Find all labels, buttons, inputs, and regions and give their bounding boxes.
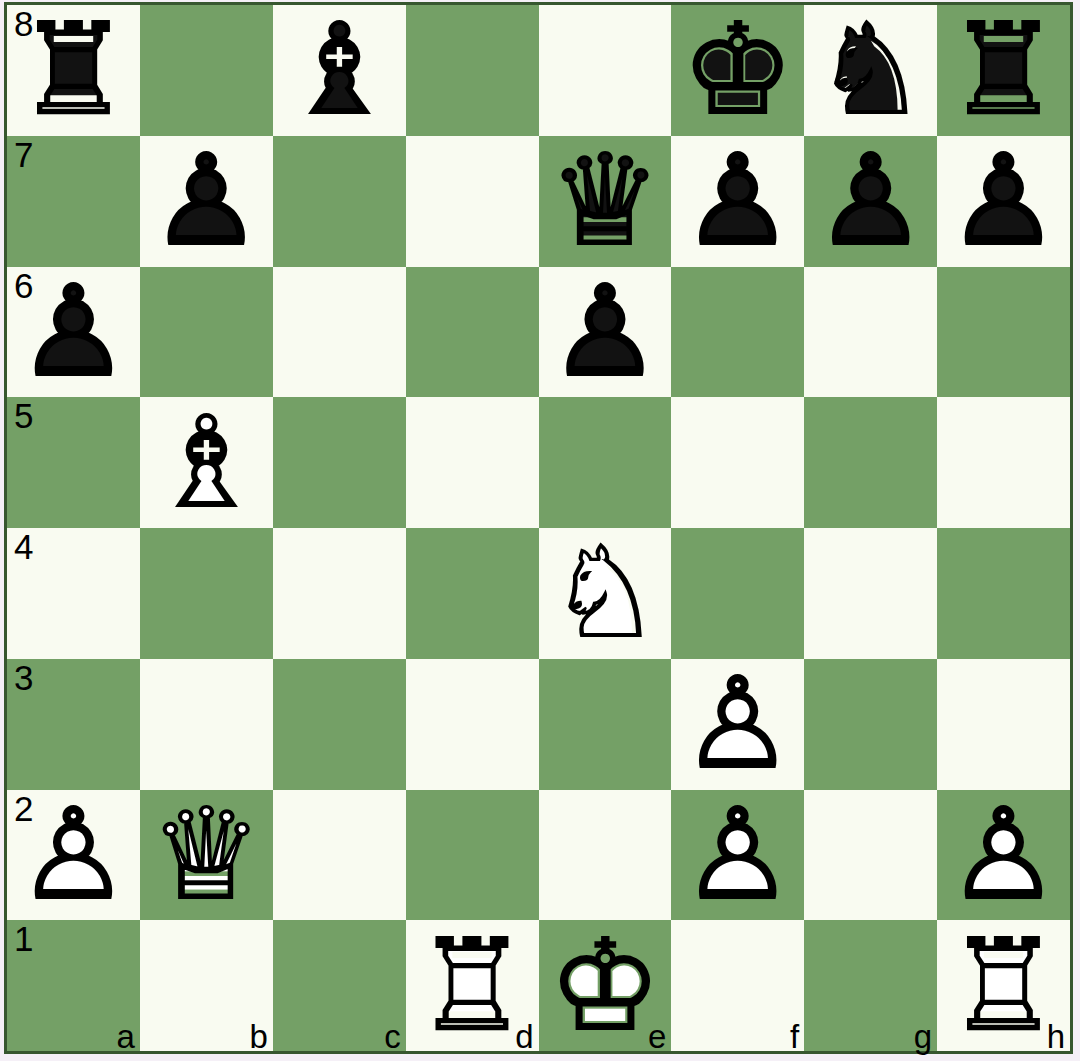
rank-label-7: 7 [14,137,33,174]
square-b3[interactable] [140,659,273,790]
square-f8[interactable]: ♚♔ [671,5,804,136]
piece-white-pawn-h2[interactable]: ♟♙ [937,790,1070,921]
square-b2[interactable]: ♛♕ [140,790,273,921]
white-pawn-outline-icon: ♙ [947,792,1060,918]
black-pawn-outline-icon: ♙ [548,269,661,395]
square-g5[interactable] [804,397,937,528]
rank-label-2: 2 [14,791,33,828]
piece-black-knight-g8[interactable]: ♞♘ [804,5,937,136]
piece-black-pawn-b7[interactable]: ♟♙ [140,136,273,267]
square-d4[interactable] [406,528,539,659]
square-h7[interactable]: ♟♙ [937,136,1070,267]
piece-white-pawn-f3[interactable]: ♟♙ [671,659,804,790]
square-f6[interactable] [671,267,804,398]
black-bishop-outline-icon: ♗ [283,7,396,133]
square-d3[interactable] [406,659,539,790]
square-a6[interactable]: 6♟♙ [7,267,140,398]
piece-white-queen-b2[interactable]: ♛♕ [140,790,273,921]
black-pawn-outline-icon: ♙ [681,138,794,264]
square-e5[interactable] [539,397,672,528]
file-label-a: a [117,1020,135,1053]
piece-white-pawn-f2[interactable]: ♟♙ [671,790,804,921]
square-b6[interactable] [140,267,273,398]
square-h8[interactable]: ♜♖ [937,5,1070,136]
rank-label-6: 6 [14,268,33,305]
square-f5[interactable] [671,397,804,528]
square-d8[interactable] [406,5,539,136]
rank-label-1: 1 [14,921,33,958]
square-g2[interactable] [804,790,937,921]
square-c5[interactable] [273,397,406,528]
file-label-d: d [515,1020,533,1053]
piece-black-queen-e7[interactable]: ♛♕ [539,136,672,267]
square-h2[interactable]: ♟♙ [937,790,1070,921]
piece-white-knight-e4[interactable]: ♞♘ [539,528,672,659]
file-label-h: h [1047,1020,1065,1053]
square-b8[interactable] [140,5,273,136]
rank-label-4: 4 [14,529,33,566]
white-pawn-outline-icon: ♙ [681,792,794,918]
square-d6[interactable] [406,267,539,398]
black-queen-outline-icon: ♕ [548,138,661,264]
square-g1[interactable]: g [804,920,937,1051]
square-g6[interactable] [804,267,937,398]
square-e6[interactable]: ♟♙ [539,267,672,398]
piece-black-bishop-c8[interactable]: ♝♗ [273,5,406,136]
square-a8[interactable]: 8♜♖ [7,5,140,136]
black-rook-outline-icon: ♖ [947,7,1060,133]
square-g8[interactable]: ♞♘ [804,5,937,136]
square-f3[interactable]: ♟♙ [671,659,804,790]
square-b4[interactable] [140,528,273,659]
piece-black-pawn-f7[interactable]: ♟♙ [671,136,804,267]
black-knight-outline-icon: ♘ [814,7,927,133]
chess-app-page: 8♜♖♝♗♚♔♞♘♜♖7♟♙♛♕♟♙♟♙♟♙6♟♙♟♙5♝♗4♞♘3♟♙2♟♙♛… [0,0,1080,1061]
square-d5[interactable] [406,397,539,528]
piece-white-bishop-b5[interactable]: ♝♗ [140,397,273,528]
square-c7[interactable] [273,136,406,267]
rank-label-8: 8 [14,6,33,43]
file-label-b: b [249,1020,267,1053]
square-g3[interactable] [804,659,937,790]
square-e7[interactable]: ♛♕ [539,136,672,267]
square-f2[interactable]: ♟♙ [671,790,804,921]
piece-black-pawn-e6[interactable]: ♟♙ [539,267,672,398]
square-c4[interactable] [273,528,406,659]
white-king-outline-icon: ♔ [548,923,661,1049]
black-rook-outline-icon: ♖ [17,7,130,133]
piece-black-pawn-h7[interactable]: ♟♙ [937,136,1070,267]
white-rook-outline-icon: ♖ [947,923,1060,1049]
square-c1[interactable]: c [273,920,406,1051]
black-pawn-outline-icon: ♙ [150,138,263,264]
square-f7[interactable]: ♟♙ [671,136,804,267]
rank-label-3: 3 [14,660,33,697]
square-a4[interactable]: 4 [7,528,140,659]
square-h5[interactable] [937,397,1070,528]
square-h1[interactable]: h♜♖ [937,920,1070,1051]
white-pawn-outline-icon: ♙ [681,661,794,787]
square-g7[interactable]: ♟♙ [804,136,937,267]
piece-black-king-f8[interactable]: ♚♔ [671,5,804,136]
white-bishop-outline-icon: ♗ [150,400,263,526]
black-pawn-outline-icon: ♙ [947,138,1060,264]
square-h6[interactable] [937,267,1070,398]
square-h4[interactable] [937,528,1070,659]
white-queen-outline-icon: ♕ [150,792,263,918]
piece-black-rook-h8[interactable]: ♜♖ [937,5,1070,136]
square-c8[interactable]: ♝♗ [273,5,406,136]
square-b7[interactable]: ♟♙ [140,136,273,267]
chess-board: 8♜♖♝♗♚♔♞♘♜♖7♟♙♛♕♟♙♟♙♟♙6♟♙♟♙5♝♗4♞♘3♟♙2♟♙♛… [4,2,1073,1054]
black-pawn-outline-icon: ♙ [17,269,130,395]
square-e1[interactable]: e♚♔ [539,920,672,1051]
square-e3[interactable] [539,659,672,790]
black-king-outline-icon: ♔ [681,7,794,133]
square-f1[interactable]: f [671,920,804,1051]
square-d2[interactable] [406,790,539,921]
square-a5[interactable]: 5 [7,397,140,528]
square-c3[interactable] [273,659,406,790]
file-label-g: g [914,1020,932,1053]
square-b1[interactable]: b [140,920,273,1051]
file-label-e: e [648,1020,666,1053]
file-label-c: c [384,1020,401,1053]
square-d1[interactable]: d♜♖ [406,920,539,1051]
white-knight-outline-icon: ♘ [548,530,661,656]
square-h3[interactable] [937,659,1070,790]
file-label-f: f [790,1020,799,1053]
square-f4[interactable] [671,528,804,659]
square-g4[interactable] [804,528,937,659]
square-d7[interactable] [406,136,539,267]
black-pawn-outline-icon: ♙ [814,138,927,264]
square-b5[interactable]: ♝♗ [140,397,273,528]
square-a2[interactable]: 2♟♙ [7,790,140,921]
rank-label-5: 5 [14,398,33,435]
square-a1[interactable]: 1a [7,920,140,1051]
white-rook-outline-icon: ♖ [416,923,529,1049]
white-pawn-outline-icon: ♙ [17,792,130,918]
square-e2[interactable] [539,790,672,921]
square-e4[interactable]: ♞♘ [539,528,672,659]
square-c2[interactable] [273,790,406,921]
square-e8[interactable] [539,5,672,136]
square-a7[interactable]: 7 [7,136,140,267]
piece-black-pawn-g7[interactable]: ♟♙ [804,136,937,267]
square-c6[interactable] [273,267,406,398]
square-a3[interactable]: 3 [7,659,140,790]
